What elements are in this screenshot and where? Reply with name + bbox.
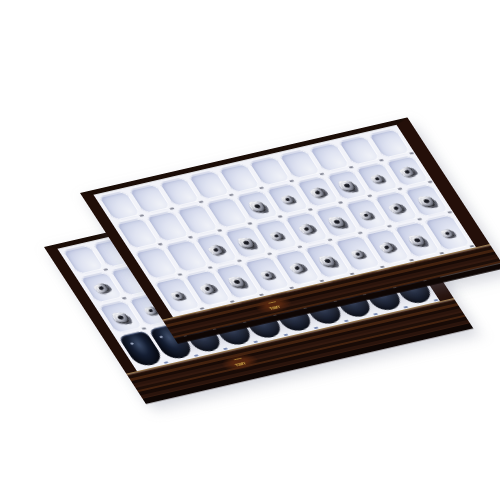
metal-crown-piece — [318, 256, 337, 267]
metal-crown-piece — [328, 217, 347, 228]
metal-crown-piece — [399, 166, 417, 179]
metal-crown-piece — [280, 195, 295, 206]
brand-logo-word: TOMY — [269, 305, 281, 310]
metal-crown-piece — [359, 210, 374, 221]
metal-crown-piece — [170, 291, 185, 302]
metal-crown-piece — [440, 229, 455, 240]
metal-crown-piece — [111, 313, 130, 324]
metal-crown-piece — [228, 277, 247, 288]
brand-logo-word: TOMY — [235, 362, 247, 367]
brand-logo-script: ~~~ — [267, 299, 277, 305]
metal-crown-piece — [260, 270, 275, 281]
metal-crown-piece — [388, 202, 406, 215]
brand-logo: ~~~ TOMY — [218, 351, 260, 372]
metal-crown-piece — [370, 174, 385, 185]
metal-crown-piece — [208, 244, 226, 257]
metal-crown-piece — [269, 231, 284, 242]
metal-crown-piece — [408, 235, 427, 246]
metal-crown-piece — [418, 196, 437, 207]
product-photo-scene: ~~~ TOMY ~~~ TOMY — [0, 0, 500, 500]
metal-crown-piece — [289, 262, 307, 275]
metal-crown-piece — [379, 241, 397, 254]
brand-logo: ~~~ TOMY — [252, 294, 294, 315]
metal-crown-piece — [199, 283, 217, 296]
metal-crown-piece — [248, 201, 267, 212]
metal-crown-piece — [238, 238, 257, 249]
metal-crown-piece — [309, 186, 327, 199]
metal-crown-piece — [93, 282, 111, 295]
metal-crown-piece — [350, 249, 365, 260]
metal-crown-piece — [298, 223, 316, 236]
metal-crown-piece — [338, 181, 357, 192]
